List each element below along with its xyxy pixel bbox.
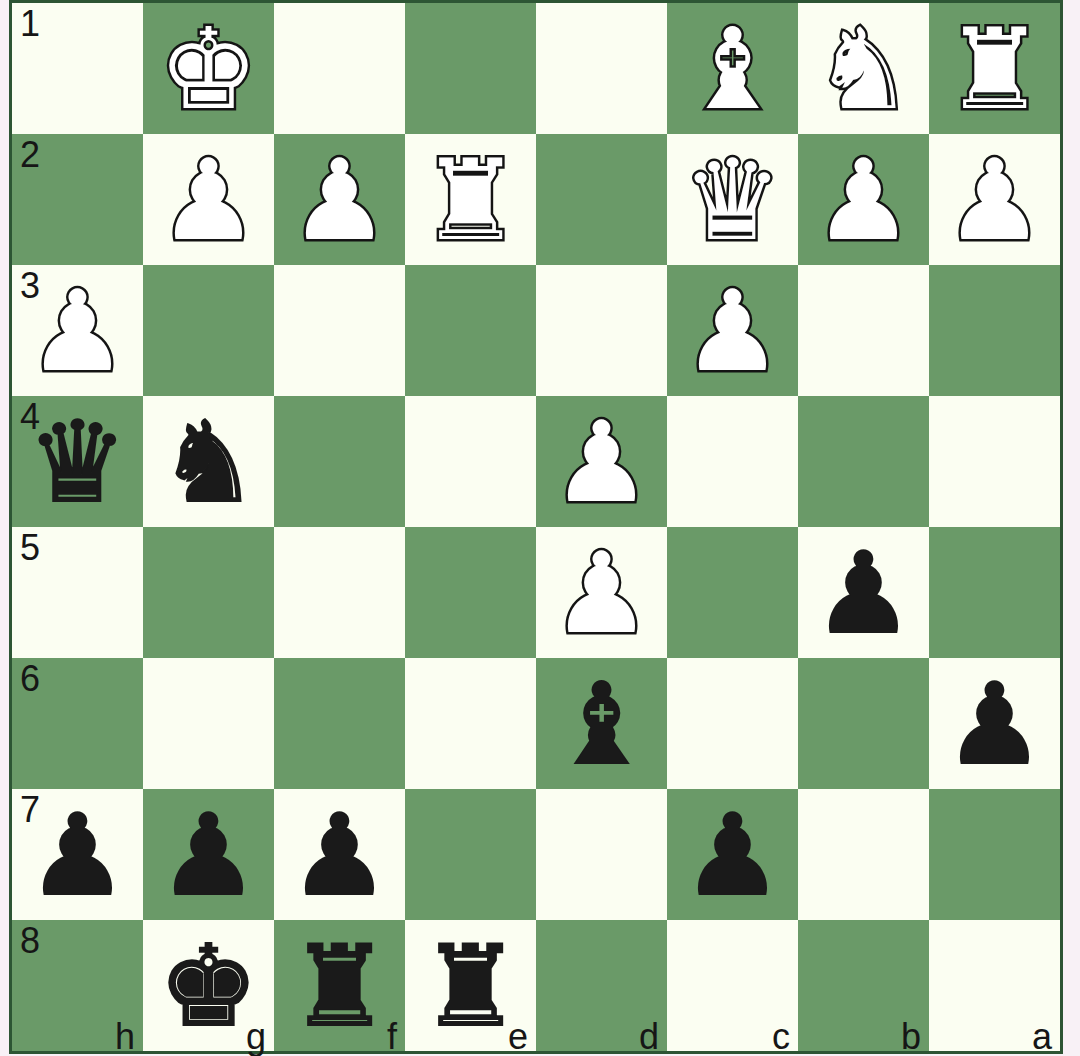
black-pawn-piece[interactable]: ♟ [27, 799, 127, 911]
square-h3[interactable]: 3♟ [12, 265, 143, 396]
square-g5[interactable] [143, 527, 274, 658]
white-pawn-piece[interactable]: ♟ [27, 275, 127, 387]
file-label-e: e [508, 1017, 528, 1056]
square-f8[interactable]: f♜ [274, 920, 405, 1051]
white-pawn-piece[interactable]: ♟ [551, 406, 651, 518]
white-rook-piece[interactable]: ♜ [944, 13, 1044, 125]
square-e7[interactable] [405, 789, 536, 920]
square-e8[interactable]: e♜ [405, 920, 536, 1051]
square-h6[interactable]: 6 [12, 658, 143, 789]
square-d7[interactable] [536, 789, 667, 920]
file-label-a: a [1032, 1017, 1052, 1056]
square-e6[interactable] [405, 658, 536, 789]
white-pawn-piece[interactable]: ♟ [813, 144, 913, 256]
file-label-d: d [639, 1017, 659, 1056]
square-b3[interactable] [798, 265, 929, 396]
black-pawn-piece[interactable]: ♟ [944, 668, 1044, 780]
square-c2[interactable]: ♛ [667, 134, 798, 265]
square-a6[interactable]: ♟ [929, 658, 1060, 789]
square-c6[interactable] [667, 658, 798, 789]
square-h4[interactable]: 4♛ [12, 396, 143, 527]
square-d6[interactable]: ♝ [536, 658, 667, 789]
rank-label-6: 6 [20, 659, 40, 699]
square-c1[interactable]: ♝ [667, 3, 798, 134]
square-d8[interactable]: d [536, 920, 667, 1051]
black-queen-piece[interactable]: ♛ [27, 406, 127, 518]
chess-board: 1♚♝♞♜2♟♟♜♛♟♟3♟♟4♛♞♟5♟♟6♝♟7♟♟♟♟8hg♚f♜e♜dc… [9, 0, 1063, 1054]
black-bishop-piece[interactable]: ♝ [551, 668, 651, 780]
square-d5[interactable]: ♟ [536, 527, 667, 658]
square-b8[interactable]: b [798, 920, 929, 1051]
square-a4[interactable] [929, 396, 1060, 527]
square-b4[interactable] [798, 396, 929, 527]
square-g6[interactable] [143, 658, 274, 789]
square-g2[interactable]: ♟ [143, 134, 274, 265]
black-rook-piece[interactable]: ♜ [420, 930, 520, 1042]
black-rook-piece[interactable]: ♜ [289, 930, 389, 1042]
square-f1[interactable] [274, 3, 405, 134]
white-queen-piece[interactable]: ♛ [682, 144, 782, 256]
square-f5[interactable] [274, 527, 405, 658]
white-pawn-piece[interactable]: ♟ [682, 275, 782, 387]
square-e4[interactable] [405, 396, 536, 527]
file-label-g: g [246, 1017, 266, 1056]
square-g4[interactable]: ♞ [143, 396, 274, 527]
square-a3[interactable] [929, 265, 1060, 396]
black-pawn-piece[interactable]: ♟ [813, 537, 913, 649]
file-label-f: f [387, 1017, 397, 1056]
square-h5[interactable]: 5 [12, 527, 143, 658]
square-b2[interactable]: ♟ [798, 134, 929, 265]
black-pawn-piece[interactable]: ♟ [289, 799, 389, 911]
square-a1[interactable]: ♜ [929, 3, 1060, 134]
square-f2[interactable]: ♟ [274, 134, 405, 265]
square-a7[interactable] [929, 789, 1060, 920]
square-b5[interactable]: ♟ [798, 527, 929, 658]
white-bishop-piece[interactable]: ♝ [682, 13, 782, 125]
file-label-c: c [772, 1017, 790, 1056]
square-f6[interactable] [274, 658, 405, 789]
square-c3[interactable]: ♟ [667, 265, 798, 396]
white-knight-piece[interactable]: ♞ [813, 13, 913, 125]
page: 1♚♝♞♜2♟♟♜♛♟♟3♟♟4♛♞♟5♟♟6♝♟7♟♟♟♟8hg♚f♜e♜dc… [0, 0, 1080, 1056]
square-d4[interactable]: ♟ [536, 396, 667, 527]
square-a8[interactable]: a [929, 920, 1060, 1051]
square-d3[interactable] [536, 265, 667, 396]
black-pawn-piece[interactable]: ♟ [682, 799, 782, 911]
square-a5[interactable] [929, 527, 1060, 658]
rank-label-1: 1 [20, 4, 40, 44]
white-pawn-piece[interactable]: ♟ [158, 144, 258, 256]
square-c7[interactable]: ♟ [667, 789, 798, 920]
square-f7[interactable]: ♟ [274, 789, 405, 920]
square-f3[interactable] [274, 265, 405, 396]
white-rook-piece[interactable]: ♜ [420, 144, 520, 256]
square-g7[interactable]: ♟ [143, 789, 274, 920]
rank-label-2: 2 [20, 135, 40, 175]
square-a2[interactable]: ♟ [929, 134, 1060, 265]
square-b6[interactable] [798, 658, 929, 789]
square-h7[interactable]: 7♟ [12, 789, 143, 920]
rank-label-5: 5 [20, 528, 40, 568]
white-pawn-piece[interactable]: ♟ [551, 537, 651, 649]
black-knight-piece[interactable]: ♞ [158, 406, 258, 518]
file-label-b: b [901, 1017, 921, 1056]
square-b7[interactable] [798, 789, 929, 920]
square-b1[interactable]: ♞ [798, 3, 929, 134]
white-pawn-piece[interactable]: ♟ [944, 144, 1044, 256]
black-king-piece[interactable]: ♚ [158, 930, 258, 1042]
square-c8[interactable]: c [667, 920, 798, 1051]
square-f4[interactable] [274, 396, 405, 527]
square-c4[interactable] [667, 396, 798, 527]
rank-label-8: 8 [20, 921, 40, 961]
white-king-piece[interactable]: ♚ [158, 13, 258, 125]
square-d1[interactable] [536, 3, 667, 134]
square-e1[interactable] [405, 3, 536, 134]
square-g8[interactable]: g♚ [143, 920, 274, 1051]
square-h2[interactable]: 2 [12, 134, 143, 265]
square-e3[interactable] [405, 265, 536, 396]
black-pawn-piece[interactable]: ♟ [158, 799, 258, 911]
square-e2[interactable]: ♜ [405, 134, 536, 265]
square-h1[interactable]: 1 [12, 3, 143, 134]
white-pawn-piece[interactable]: ♟ [289, 144, 389, 256]
square-g3[interactable] [143, 265, 274, 396]
square-g1[interactable]: ♚ [143, 3, 274, 134]
square-d2[interactable] [536, 134, 667, 265]
square-h8[interactable]: 8h [12, 920, 143, 1051]
file-label-h: h [115, 1017, 135, 1056]
square-e5[interactable] [405, 527, 536, 658]
square-c5[interactable] [667, 527, 798, 658]
